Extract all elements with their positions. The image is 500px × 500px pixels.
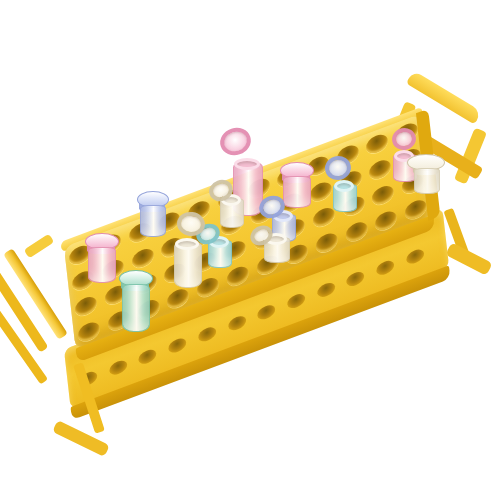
- well-r3c1: [74, 293, 97, 317]
- shelf-well-c9: [316, 281, 335, 300]
- well-r3c9: [312, 204, 335, 228]
- well-r2c9: [309, 179, 332, 203]
- tube-t2-body: [283, 176, 311, 208]
- shelf-well-c10: [346, 269, 365, 288]
- well-r2c3: [131, 245, 154, 269]
- shelf-well-c7: [257, 303, 276, 322]
- well-r1c11: [365, 131, 388, 155]
- right-foot: [445, 242, 492, 275]
- tube-t1-flip-cap: [217, 124, 255, 159]
- shelf-well-c6: [227, 314, 246, 333]
- left-handle-top-link: [24, 234, 55, 259]
- tube-t5-open-rim: [334, 180, 354, 192]
- tube-t9-open-rim: [175, 238, 199, 250]
- tube-t11-body: [140, 205, 166, 237]
- shelf-well-c2: [108, 358, 127, 377]
- tube-t4-body: [414, 168, 440, 194]
- shelf-well-c11: [376, 258, 395, 277]
- shelf-well-c5: [197, 325, 216, 344]
- tube-t13-body: [122, 284, 150, 332]
- shelf-well-c4: [168, 336, 187, 355]
- product-photo: [0, 0, 500, 500]
- well-r2c11: [368, 157, 391, 181]
- shelf-well-c8: [287, 292, 306, 311]
- shelf-well-c3: [138, 347, 157, 366]
- well-r3c11: [371, 182, 394, 206]
- shelf-well-c12: [405, 247, 424, 266]
- tube-t1-open-rim: [234, 158, 260, 170]
- tube-t12-body: [88, 247, 116, 283]
